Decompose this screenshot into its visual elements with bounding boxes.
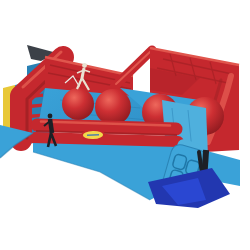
front-bolster-lower [35,138,178,142]
platform-slide-edge-highlight [116,51,151,84]
ball-2 [95,89,131,125]
ball-1 [62,88,94,120]
inflatable-scene [0,0,250,250]
brand-logo-oval [82,130,104,141]
climber-head [48,114,53,119]
product-photo-inflatable-big-baller [0,0,250,250]
jumper-head [82,63,87,68]
